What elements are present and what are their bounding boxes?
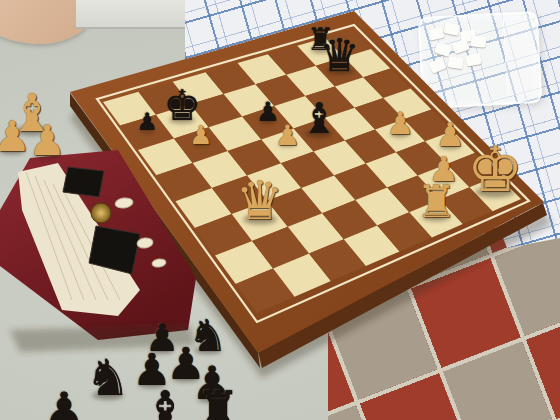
piece-white-pawn-b6[interactable]: ♟ xyxy=(189,122,212,148)
dgt-logo xyxy=(91,203,111,223)
piece-black-pawn-a7[interactable]: ♟ xyxy=(136,112,157,136)
offboard-white-pawn-2[interactable]: ♟ xyxy=(28,120,66,162)
piece-white-king-h1[interactable]: ♚ xyxy=(467,139,523,202)
captured-black-bishop-6[interactable]: ♝ xyxy=(140,384,190,420)
piece-black-bishop-e5[interactable]: ♝ xyxy=(301,98,339,140)
clock-display-left xyxy=(63,167,104,197)
piece-white-rook-f1[interactable]: ♜ xyxy=(416,179,456,224)
captured-black-rook-7[interactable]: ♜ xyxy=(196,385,241,420)
piece-white-pawn-h3[interactable]: ♟ xyxy=(435,119,465,152)
photo-stage: ♜♟♚♛♟♟♟♝♟♛♟♟♜♚♞♞♟♟♟♟♝♜♟♟♝♟ xyxy=(0,0,560,420)
piece-white-pawn-d5[interactable]: ♟ xyxy=(275,121,300,149)
captured-black-knight-0[interactable]: ♞ xyxy=(86,353,131,403)
captured-black-pawn-8[interactable]: ♟ xyxy=(43,386,84,420)
piece-white-pawn-g4[interactable]: ♟ xyxy=(386,109,414,140)
piece-white-queen-b3[interactable]: ♛ xyxy=(236,175,284,228)
piece-black-queen-g7[interactable]: ♛ xyxy=(319,33,359,78)
